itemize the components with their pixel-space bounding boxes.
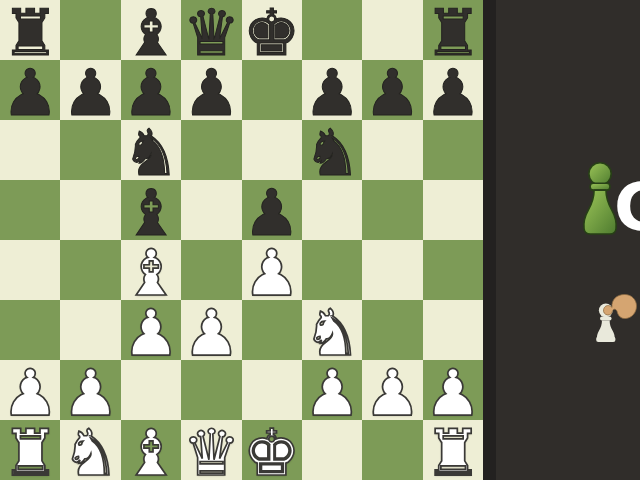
square-c3[interactable]: ♟ <box>121 300 181 360</box>
piece-black-pawn[interactable]: ♟ <box>243 183 300 243</box>
square-a8[interactable]: ♜ <box>0 0 60 60</box>
square-h7[interactable]: ♟ <box>423 60 483 120</box>
square-f3[interactable]: ♞ <box>302 300 362 360</box>
square-f5[interactable] <box>302 180 362 240</box>
piece-white-bishop[interactable]: ♝ <box>122 423 179 480</box>
square-b3[interactable] <box>60 300 120 360</box>
piece-white-pawn[interactable]: ♟ <box>364 363 421 423</box>
square-h1[interactable]: ♜ <box>423 420 483 480</box>
square-b4[interactable] <box>60 240 120 300</box>
square-e8[interactable]: ♚ <box>242 0 302 60</box>
square-h2[interactable]: ♟ <box>423 360 483 420</box>
square-g7[interactable]: ♟ <box>362 60 422 120</box>
piece-black-bishop[interactable]: ♝ <box>122 3 179 63</box>
square-g3[interactable] <box>362 300 422 360</box>
square-b6[interactable] <box>60 120 120 180</box>
square-d8[interactable]: ♛ <box>181 0 241 60</box>
square-g8[interactable] <box>362 0 422 60</box>
square-f4[interactable] <box>302 240 362 300</box>
square-f6[interactable]: ♞ <box>302 120 362 180</box>
square-f8[interactable] <box>302 0 362 60</box>
square-d6[interactable] <box>181 120 241 180</box>
hand-holding-pawn-icon[interactable] <box>589 292 637 344</box>
square-a4[interactable] <box>0 240 60 300</box>
square-e2[interactable] <box>242 360 302 420</box>
square-c8[interactable]: ♝ <box>121 0 181 60</box>
square-c1[interactable]: ♝ <box>121 420 181 480</box>
piece-white-knight[interactable]: ♞ <box>62 423 119 480</box>
square-g5[interactable] <box>362 180 422 240</box>
piece-black-pawn[interactable]: ♟ <box>2 63 59 123</box>
logo-text: C <box>614 175 640 241</box>
square-b1[interactable]: ♞ <box>60 420 120 480</box>
square-a5[interactable] <box>0 180 60 240</box>
square-a6[interactable] <box>0 120 60 180</box>
piece-white-pawn[interactable]: ♟ <box>62 363 119 423</box>
square-e3[interactable] <box>242 300 302 360</box>
square-c5[interactable]: ♝ <box>121 180 181 240</box>
square-d5[interactable] <box>181 180 241 240</box>
square-f1[interactable] <box>302 420 362 480</box>
piece-white-pawn[interactable]: ♟ <box>424 363 481 423</box>
piece-white-knight[interactable]: ♞ <box>303 303 360 363</box>
piece-black-pawn[interactable]: ♟ <box>183 63 240 123</box>
piece-white-queen[interactable]: ♛ <box>183 423 240 480</box>
piece-white-pawn[interactable]: ♟ <box>243 243 300 303</box>
square-a3[interactable] <box>0 300 60 360</box>
piece-white-rook[interactable]: ♜ <box>2 423 59 480</box>
board-edge-strip <box>483 0 496 480</box>
square-e4[interactable]: ♟ <box>242 240 302 300</box>
square-c6[interactable]: ♞ <box>121 120 181 180</box>
square-g1[interactable] <box>362 420 422 480</box>
square-b5[interactable] <box>60 180 120 240</box>
piece-black-queen[interactable]: ♛ <box>183 3 240 63</box>
piece-black-pawn[interactable]: ♟ <box>303 63 360 123</box>
piece-black-pawn[interactable]: ♟ <box>424 63 481 123</box>
square-a1[interactable]: ♜ <box>0 420 60 480</box>
square-b7[interactable]: ♟ <box>60 60 120 120</box>
square-c7[interactable]: ♟ <box>121 60 181 120</box>
piece-white-pawn[interactable]: ♟ <box>2 363 59 423</box>
piece-black-pawn[interactable]: ♟ <box>364 63 421 123</box>
piece-white-king[interactable]: ♚ <box>243 423 300 480</box>
square-a2[interactable]: ♟ <box>0 360 60 420</box>
square-g2[interactable]: ♟ <box>362 360 422 420</box>
piece-black-bishop[interactable]: ♝ <box>122 183 179 243</box>
square-h6[interactable] <box>423 120 483 180</box>
square-a7[interactable]: ♟ <box>0 60 60 120</box>
square-c2[interactable] <box>121 360 181 420</box>
square-f7[interactable]: ♟ <box>302 60 362 120</box>
piece-black-pawn[interactable]: ♟ <box>62 63 119 123</box>
square-h4[interactable] <box>423 240 483 300</box>
piece-black-king[interactable]: ♚ <box>243 3 300 63</box>
square-e1[interactable]: ♚ <box>242 420 302 480</box>
piece-white-pawn[interactable]: ♟ <box>183 303 240 363</box>
square-h3[interactable] <box>423 300 483 360</box>
piece-white-pawn[interactable]: ♟ <box>303 363 360 423</box>
chesscom-logo[interactable]: C <box>580 160 640 238</box>
square-e5[interactable]: ♟ <box>242 180 302 240</box>
piece-black-rook[interactable]: ♜ <box>424 3 481 63</box>
app-window: ♜♝♛♚♜♟♟♟♟♟♟♟♞♞♝♟♝♟♟♟♞♟♟♟♟♟♜♞♝♛♚♜ C <box>0 0 640 480</box>
piece-black-rook[interactable]: ♜ <box>2 3 59 63</box>
square-h8[interactable]: ♜ <box>423 0 483 60</box>
piece-black-pawn[interactable]: ♟ <box>122 63 179 123</box>
square-e6[interactable] <box>242 120 302 180</box>
square-d4[interactable] <box>181 240 241 300</box>
square-g4[interactable] <box>362 240 422 300</box>
piece-white-bishop[interactable]: ♝ <box>122 243 179 303</box>
square-d7[interactable]: ♟ <box>181 60 241 120</box>
square-b8[interactable] <box>60 0 120 60</box>
square-d1[interactable]: ♛ <box>181 420 241 480</box>
piece-white-rook[interactable]: ♜ <box>424 423 481 480</box>
square-g6[interactable] <box>362 120 422 180</box>
square-b2[interactable]: ♟ <box>60 360 120 420</box>
square-d2[interactable] <box>181 360 241 420</box>
piece-black-knight[interactable]: ♞ <box>303 123 360 183</box>
square-d3[interactable]: ♟ <box>181 300 241 360</box>
piece-black-knight[interactable]: ♞ <box>122 123 179 183</box>
square-h5[interactable] <box>423 180 483 240</box>
square-c4[interactable]: ♝ <box>121 240 181 300</box>
square-e7[interactable] <box>242 60 302 120</box>
square-f2[interactable]: ♟ <box>302 360 362 420</box>
piece-white-pawn[interactable]: ♟ <box>122 303 179 363</box>
chess-board: ♜♝♛♚♜♟♟♟♟♟♟♟♞♞♝♟♝♟♟♟♞♟♟♟♟♟♜♞♝♛♚♜ <box>0 0 483 480</box>
